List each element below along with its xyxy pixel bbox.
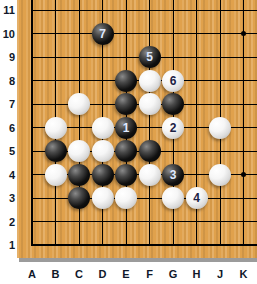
grid-line-vertical-K xyxy=(243,0,244,246)
stone-white-G6[interactable]: 2 xyxy=(162,117,184,139)
grid-line-horizontal-1 xyxy=(31,244,257,246)
stone-black-F9[interactable]: 5 xyxy=(139,46,161,68)
stone-white-C7[interactable] xyxy=(68,93,90,115)
stone-white-J4[interactable] xyxy=(209,164,231,186)
board-shadow xyxy=(19,258,257,262)
stone-black-G4[interactable]: 3 xyxy=(162,164,184,186)
column-coordinate-label-D: D xyxy=(93,267,113,281)
row-coordinate-label-10: 10 xyxy=(0,27,15,41)
grid-line-horizontal-3 xyxy=(31,198,257,199)
row-coordinate-label-4: 4 xyxy=(0,168,15,182)
star-point-K10 xyxy=(241,31,246,36)
column-coordinate-label-G: G xyxy=(163,267,183,281)
stone-white-B4[interactable] xyxy=(45,164,67,186)
grid-line-vertical-F xyxy=(149,0,150,246)
stone-white-D5[interactable] xyxy=(92,140,114,162)
stone-white-D3[interactable] xyxy=(92,187,114,209)
stone-black-C3[interactable] xyxy=(68,187,90,209)
column-coordinate-label-H: H xyxy=(187,267,207,281)
stone-black-E8[interactable] xyxy=(115,70,137,92)
stone-white-D6[interactable] xyxy=(92,117,114,139)
stone-white-G8[interactable]: 6 xyxy=(162,70,184,92)
stone-black-G7[interactable] xyxy=(162,93,184,115)
stone-white-E3[interactable] xyxy=(115,187,137,209)
stone-black-E5[interactable] xyxy=(115,140,137,162)
row-coordinate-label-5: 5 xyxy=(0,144,15,158)
stone-black-B5[interactable] xyxy=(45,140,67,162)
stone-black-E7[interactable] xyxy=(115,93,137,115)
stone-white-F8[interactable] xyxy=(139,70,161,92)
stone-black-E4[interactable] xyxy=(115,164,137,186)
stone-white-J6[interactable] xyxy=(209,117,231,139)
grid-line-vertical-C xyxy=(79,0,80,246)
grid-line-vertical-H xyxy=(196,0,197,246)
row-coordinate-label-6: 6 xyxy=(0,121,15,135)
row-coordinate-label-3: 3 xyxy=(0,191,15,205)
row-coordinate-label-1: 1 xyxy=(0,238,15,252)
column-coordinate-label-F: F xyxy=(140,267,160,281)
stone-black-D4[interactable] xyxy=(92,164,114,186)
stone-white-C5[interactable] xyxy=(68,140,90,162)
stone-white-G3[interactable] xyxy=(162,187,184,209)
column-coordinate-label-K: K xyxy=(234,267,254,281)
grid-line-vertical-A xyxy=(31,0,33,246)
column-coordinate-label-J: J xyxy=(210,267,230,281)
column-coordinate-label-C: C xyxy=(69,267,89,281)
stone-white-F7[interactable] xyxy=(139,93,161,115)
row-coordinate-label-9: 9 xyxy=(0,50,15,64)
column-coordinate-label-E: E xyxy=(116,267,136,281)
row-coordinate-label-7: 7 xyxy=(0,97,15,111)
go-board-screen: 75136241110987654321ABCDEFGHJK xyxy=(0,0,257,284)
stone-black-E6[interactable]: 1 xyxy=(115,117,137,139)
stone-black-D10[interactable]: 7 xyxy=(92,23,114,45)
stone-white-F4[interactable] xyxy=(139,164,161,186)
column-coordinate-label-B: B xyxy=(46,267,66,281)
star-point-K4 xyxy=(241,172,246,177)
stone-white-H3[interactable]: 4 xyxy=(186,187,208,209)
grid-line-horizontal-11 xyxy=(31,10,257,11)
stone-black-C4[interactable] xyxy=(68,164,90,186)
row-coordinate-label-2: 2 xyxy=(0,215,15,229)
column-coordinate-label-A: A xyxy=(22,267,42,281)
row-coordinate-label-8: 8 xyxy=(0,74,15,88)
grid-line-horizontal-10 xyxy=(31,33,257,34)
stone-black-F5[interactable] xyxy=(139,140,161,162)
stone-white-B6[interactable] xyxy=(45,117,67,139)
row-coordinate-label-11: 11 xyxy=(0,3,15,17)
grid-line-horizontal-2 xyxy=(31,221,257,222)
